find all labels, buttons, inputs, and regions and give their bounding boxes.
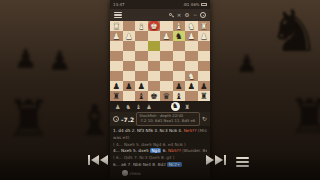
square-h6[interactable] xyxy=(110,71,123,81)
square-b2[interactable]: ♟ xyxy=(185,31,198,41)
black-king[interactable]: ♚ xyxy=(150,91,158,101)
white-bishop[interactable]: ♝ xyxy=(137,21,145,31)
engine-line-box[interactable]: Stockfish · depth 22/40 -7.2 10. Kd1 Nxa… xyxy=(136,112,200,125)
black-pawn[interactable]: ♟ xyxy=(200,81,208,91)
move-line[interactable]: ( 6... Qd5 7. Nc3 Qxe5 8. g3 ) xyxy=(113,155,207,162)
backdrop-rook-icon: ♜ xyxy=(6,94,51,144)
square-e3[interactable] xyxy=(148,41,161,51)
square-b3[interactable] xyxy=(185,41,198,51)
square-a7[interactable]: ♟ xyxy=(198,81,211,91)
square-g1[interactable] xyxy=(123,21,136,31)
square-c5[interactable] xyxy=(173,61,186,71)
backdrop-knight-icon: ♞ xyxy=(268,2,320,60)
record-icon[interactable] xyxy=(200,12,206,18)
captured-pieces-tray: ♟♞♝♟♞♜ xyxy=(110,101,210,112)
channel-watermark: chess xyxy=(122,170,141,176)
square-h4[interactable] xyxy=(110,51,123,61)
black-pawn[interactable]: ♟ xyxy=(137,81,145,91)
backdrop-pawn-icon: ♟ xyxy=(14,46,37,72)
square-e4[interactable] xyxy=(148,51,161,61)
backdrop-pawn-icon: ♟ xyxy=(48,48,71,74)
status-time: 13:47 xyxy=(113,2,125,7)
chess-board[interactable]: ♜♝♚♝♞♜♟♟♟♞♟♟♞♟♟♟♟♟♟♜♝♚♛♝♜ xyxy=(110,21,210,101)
move-comment: ( 4... Nxe5 5. dxe5 Ng4 6. e4 Nc6 ) xyxy=(113,142,186,147)
square-b5[interactable] xyxy=(185,61,198,71)
next-button[interactable] xyxy=(206,155,226,165)
square-b6[interactable]: ♞ xyxy=(185,71,198,81)
square-c2[interactable]: ♞ xyxy=(173,31,186,41)
black-queen[interactable]: ♛ xyxy=(162,91,170,101)
square-h8[interactable]: ♜ xyxy=(110,91,123,101)
square-e6[interactable] xyxy=(148,71,161,81)
square-a5[interactable] xyxy=(198,61,211,71)
move-line[interactable]: ( 4... Nxe5 5. dxe5 Ng4 6. e4 Nc6 ) xyxy=(113,142,207,149)
tray-knight-icon[interactable]: ♞ xyxy=(125,104,130,110)
square-e1[interactable]: ♚ xyxy=(148,21,161,31)
black-rook[interactable]: ♜ xyxy=(112,91,120,101)
square-b8[interactable] xyxy=(185,91,198,101)
square-d6[interactable] xyxy=(160,71,173,81)
app-toolbar: × ⚙ ··· xyxy=(110,9,210,21)
playback-menu-icon[interactable] xyxy=(236,157,249,167)
search-icon[interactable] xyxy=(168,12,174,18)
square-f8[interactable]: ♝ xyxy=(135,91,148,101)
square-a1[interactable]: ♜ xyxy=(198,21,211,31)
evaluation-score: -7.2 xyxy=(121,116,134,123)
square-h7[interactable]: ♟ xyxy=(110,81,123,91)
blunder-move[interactable]: Ne5?? xyxy=(184,128,197,133)
watermark-text: chess xyxy=(130,171,141,176)
knight-badge-icon[interactable]: ♞ xyxy=(171,102,180,111)
avatar xyxy=(122,170,128,176)
blunder-move[interactable]: Nb5?? xyxy=(168,148,181,153)
engine-line-2: -7.2 10. Kd1 Nxa1 11. Bd3 e6 xyxy=(139,119,197,124)
phone-screen: 13:47 4G 46% × ⚙ ··· ♜♝♚♝♞♜♟♟♟♞♟♟♞♟♟♟♟♟♟… xyxy=(110,0,210,180)
square-c4[interactable] xyxy=(173,51,186,61)
square-g5[interactable] xyxy=(123,61,136,71)
move-text[interactable]: 4... Nxe5 5. dxe5 xyxy=(113,148,150,153)
tray-pawn-icon[interactable]: ♟ xyxy=(115,104,120,110)
current-move[interactable]: Nc2+ xyxy=(167,162,182,167)
square-d7[interactable] xyxy=(160,81,173,91)
square-b1[interactable]: ♞ xyxy=(185,21,198,31)
current-move[interactable]: Ng4 xyxy=(150,148,161,153)
move-text[interactable]: 1. d4 d5 2. Nf3 Nf6 3. Nc3 Nc6 4. xyxy=(113,128,184,133)
engine-icon xyxy=(113,116,119,122)
square-b4[interactable] xyxy=(185,51,198,61)
white-rook[interactable]: ♜ xyxy=(200,21,208,31)
close-icon[interactable]: × xyxy=(176,12,182,18)
square-d2[interactable]: ♟ xyxy=(160,31,173,41)
square-h5[interactable] xyxy=(110,61,123,71)
backdrop-pawn-icon: ♟ xyxy=(236,52,258,76)
white-bishop[interactable]: ♝ xyxy=(175,21,183,31)
square-c3[interactable] xyxy=(173,41,186,51)
square-g4[interactable] xyxy=(123,51,136,61)
square-e8[interactable]: ♚ xyxy=(148,91,161,101)
square-f7[interactable]: ♟ xyxy=(135,81,148,91)
refresh-icon[interactable]: ↻ xyxy=(202,116,207,122)
square-e7[interactable] xyxy=(148,81,161,91)
engine-analysis-bar: -7.2 Stockfish · depth 22/40 -7.2 10. Kd… xyxy=(110,112,210,126)
move-line[interactable]: 4... Nxe5 5. dxe5 Ng4 6. Nb5?? (Blunder.… xyxy=(113,148,207,155)
square-h1[interactable]: ♜ xyxy=(110,21,123,31)
square-g7[interactable]: ♟ xyxy=(123,81,136,91)
tray-rook-icon[interactable]: ♜ xyxy=(185,104,190,110)
square-f1[interactable]: ♝ xyxy=(135,21,148,31)
square-f2[interactable] xyxy=(135,31,148,41)
move-comment: ( 6... Qd5 7. Nc3 Qxe5 8. g3 ) xyxy=(113,155,175,160)
move-line[interactable]: 1. d4 d5 2. Nf3 Nf6 3. Nc3 Nc6 4. Ne5?? … xyxy=(113,128,207,135)
white-rook[interactable]: ♜ xyxy=(112,21,120,31)
white-knight[interactable]: ♞ xyxy=(187,71,195,81)
white-pawn[interactable]: ♟ xyxy=(162,31,170,41)
square-a8[interactable]: ♜ xyxy=(198,91,211,101)
more-icon[interactable]: ··· xyxy=(192,12,198,18)
screenshot-stage: ♟ ♟ ♜ ♝ ♞ ♜ ♟ 13:47 4G 46% × ⚙ ··· ♜♝♚♝♞… xyxy=(0,0,320,180)
black-bishop[interactable]: ♝ xyxy=(175,91,183,101)
black-pawn[interactable]: ♟ xyxy=(175,81,183,91)
white-king[interactable]: ♚ xyxy=(150,21,158,31)
menu-icon[interactable] xyxy=(114,12,122,18)
black-knight[interactable]: ♞ xyxy=(175,31,183,41)
white-pawn[interactable]: ♟ xyxy=(200,31,208,41)
status-network: 4G xyxy=(183,2,189,7)
black-pawn[interactable]: ♟ xyxy=(187,81,195,91)
black-rook[interactable]: ♜ xyxy=(200,91,208,101)
square-d5[interactable] xyxy=(160,61,173,71)
square-g8[interactable] xyxy=(123,91,136,101)
square-g3[interactable] xyxy=(123,41,136,51)
black-bishop[interactable]: ♝ xyxy=(137,91,145,101)
black-pawn[interactable]: ♟ xyxy=(112,81,120,91)
square-f3[interactable] xyxy=(135,41,148,51)
square-b7[interactable]: ♟ xyxy=(185,81,198,91)
square-d3[interactable] xyxy=(160,41,173,51)
previous-button[interactable] xyxy=(88,155,108,165)
battery-icon xyxy=(201,3,207,6)
square-a2[interactable]: ♟ xyxy=(198,31,211,41)
backdrop-bishop-icon: ♝ xyxy=(76,100,114,142)
square-e5[interactable] xyxy=(148,61,161,71)
square-c8[interactable]: ♝ xyxy=(173,91,186,101)
square-a3[interactable] xyxy=(198,41,211,51)
move-line[interactable]: 6... a6 7. Nb6 Ne3 8. Bd2 Nc2+ xyxy=(113,162,207,169)
square-c1[interactable]: ♝ xyxy=(173,21,186,31)
tray-pawn-icon[interactable]: ♟ xyxy=(146,104,151,110)
status-battery-percent: 46% xyxy=(191,2,200,7)
status-bar: 13:47 4G 46% xyxy=(110,0,210,9)
square-e2[interactable] xyxy=(148,31,161,41)
square-d8[interactable]: ♛ xyxy=(160,91,173,101)
square-c7[interactable]: ♟ xyxy=(173,81,186,91)
square-a6[interactable] xyxy=(198,71,211,81)
black-pawn[interactable]: ♟ xyxy=(125,81,133,91)
move-comment: was e3) xyxy=(113,135,129,140)
square-g2[interactable]: ♟ xyxy=(123,31,136,41)
white-pawn[interactable]: ♟ xyxy=(187,31,195,41)
square-g6[interactable] xyxy=(123,71,136,81)
square-c6[interactable] xyxy=(173,71,186,81)
move-comment: (Blunder. Best was xyxy=(181,148,207,153)
square-f4[interactable] xyxy=(135,51,148,61)
square-f5[interactable] xyxy=(135,61,148,71)
backdrop-rook-icon: ♜ xyxy=(288,92,320,140)
white-pawn[interactable]: ♟ xyxy=(125,31,133,41)
move-text[interactable]: 6... a6 7. Nb6 Ne3 8. Bd2 xyxy=(113,162,167,167)
settings-icon[interactable]: ⚙ xyxy=(184,12,190,18)
square-a4[interactable] xyxy=(198,51,211,61)
tray-bishop-icon[interactable]: ♝ xyxy=(136,104,141,110)
square-h2[interactable]: ♟ xyxy=(110,31,123,41)
white-pawn[interactable]: ♟ xyxy=(112,31,120,41)
square-h3[interactable] xyxy=(110,41,123,51)
square-f6[interactable] xyxy=(135,71,148,81)
square-d4[interactable] xyxy=(160,51,173,61)
square-d1[interactable] xyxy=(160,21,173,31)
white-knight[interactable]: ♞ xyxy=(187,21,195,31)
move-line[interactable]: was e3) xyxy=(113,135,207,142)
move-comment: (Mistake. Best xyxy=(197,128,207,133)
